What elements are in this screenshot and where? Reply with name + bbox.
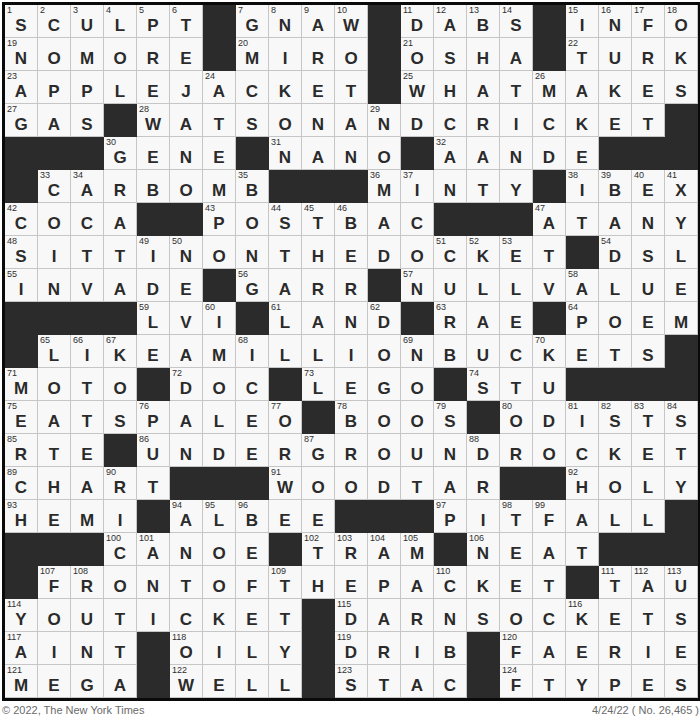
cell-r20-c18[interactable]: E [566,632,599,665]
cell-r8-c21[interactable]: L [665,236,698,269]
cell-r17-c12[interactable]: 104A [368,533,401,566]
cell-r7-c18[interactable]: T [566,203,599,236]
cell-r13-c5[interactable]: 76P [137,401,170,434]
cell-r4-c10[interactable]: N [302,104,335,137]
cell-r11-c2[interactable]: 65L [38,335,71,368]
cell-r18-c6[interactable]: T [170,566,203,599]
cell-r2-c21[interactable]: K [665,38,698,71]
cell-r16-c9[interactable]: E [269,500,302,533]
cell-r19-c6[interactable]: C [170,599,203,632]
cell-r17-c6[interactable]: N [170,533,203,566]
cell-r10-c20[interactable]: E [632,302,665,335]
cell-r4-c3[interactable]: S [71,104,104,137]
cell-r9-c6[interactable]: E [170,269,203,302]
cell-r12-c1[interactable]: 71M [5,368,38,401]
cell-r17-c17[interactable]: A [533,533,566,566]
cell-r17-c8[interactable]: E [236,533,269,566]
cell-r12-c4[interactable]: O [104,368,137,401]
cell-r9-c18[interactable]: 58A [566,269,599,302]
cell-r20-c17[interactable]: A [533,632,566,665]
cell-r8-c13[interactable]: O [401,236,434,269]
cell-r18-c13[interactable]: A [401,566,434,599]
cell-r2-c2[interactable]: O [38,38,71,71]
cell-r5-c12[interactable]: O [368,137,401,170]
cell-r14-c21[interactable]: T [665,434,698,467]
cell-r7-c10[interactable]: 45T [302,203,335,236]
cell-r4-c20[interactable]: T [632,104,665,137]
cell-r21-c17[interactable]: T [533,665,566,698]
cell-r13-c2[interactable]: A [38,401,71,434]
cell-r7-c9[interactable]: 44S [269,203,302,236]
cell-r21-c6[interactable]: 122W [170,665,203,698]
cell-r7-c17[interactable]: 47A [533,203,566,236]
cell-r20-c6[interactable]: 118O [170,632,203,665]
cell-r19-c18[interactable]: 116K [566,599,599,632]
cell-r19-c17[interactable]: C [533,599,566,632]
cell-r20-c2[interactable]: I [38,632,71,665]
cell-r13-c7[interactable]: L [203,401,236,434]
cell-r4-c6[interactable]: A [170,104,203,137]
cell-r21-c13[interactable]: A [401,665,434,698]
cell-r16-c4[interactable]: I [104,500,137,533]
cell-r19-c9[interactable]: T [269,599,302,632]
cell-r12-c13[interactable]: O [401,368,434,401]
cell-r11-c5[interactable]: E [137,335,170,368]
cell-r14-c12[interactable]: O [368,434,401,467]
cell-r19-c19[interactable]: E [599,599,632,632]
cell-r9-c8[interactable]: 56G [236,269,269,302]
cell-r14-c11[interactable]: R [335,434,368,467]
cell-r11-c13[interactable]: 69N [401,335,434,368]
cell-r21-c11[interactable]: 123S [335,665,368,698]
cell-r13-c8[interactable]: E [236,401,269,434]
cell-r13-c14[interactable]: 79S [434,401,467,434]
cell-r10-c7[interactable]: 60I [203,302,236,335]
cell-r3-c6[interactable]: J [170,71,203,104]
cell-r18-c10[interactable]: H [302,566,335,599]
cell-r3-c13[interactable]: 25W [401,71,434,104]
cell-r20-c11[interactable]: 119D [335,632,368,665]
cell-r8-c9[interactable]: T [269,236,302,269]
cell-r18-c9[interactable]: 109T [269,566,302,599]
cell-r19-c14[interactable]: N [434,599,467,632]
cell-r17-c4[interactable]: 100C [104,533,137,566]
cell-r6-c4[interactable]: R [104,170,137,203]
cell-r7-c19[interactable]: A [599,203,632,236]
cell-r18-c21[interactable]: 113U [665,566,698,599]
cell-r6-c3[interactable]: 34A [71,170,104,203]
cell-r7-c7[interactable]: 43P [203,203,236,236]
cell-r5-c5[interactable]: E [137,137,170,170]
cell-r20-c4[interactable]: T [104,632,137,665]
cell-r2-c9[interactable]: I [269,38,302,71]
cell-r21-c3[interactable]: G [71,665,104,698]
cell-r9-c11[interactable]: R [335,269,368,302]
cell-r20-c7[interactable]: I [203,632,236,665]
cell-r15-c4[interactable]: 90R [104,467,137,500]
cell-r10-c16[interactable]: E [500,302,533,335]
cell-r1-c10[interactable]: 9A [302,5,335,38]
cell-r2-c13[interactable]: 21O [401,38,434,71]
cell-r7-c13[interactable]: C [401,203,434,236]
cell-r6-c20[interactable]: 40E [632,170,665,203]
cell-r15-c3[interactable]: A [71,467,104,500]
cell-r8-c5[interactable]: 49I [137,236,170,269]
cell-r10-c11[interactable]: N [335,302,368,335]
cell-r13-c20[interactable]: 83T [632,401,665,434]
cell-r3-c3[interactable]: P [71,71,104,104]
cell-r18-c19[interactable]: 111T [599,566,632,599]
cell-r5-c14[interactable]: 32A [434,137,467,170]
cell-r12-c7[interactable]: O [203,368,236,401]
cell-r21-c16[interactable]: 124F [500,665,533,698]
cell-r11-c6[interactable]: A [170,335,203,368]
cell-r19-c15[interactable]: S [467,599,500,632]
cell-r13-c3[interactable]: T [71,401,104,434]
cell-r21-c7[interactable]: E [203,665,236,698]
cell-r20-c3[interactable]: N [71,632,104,665]
cell-r13-c12[interactable]: O [368,401,401,434]
cell-r9-c15[interactable]: L [467,269,500,302]
cell-r1-c11[interactable]: 10W [335,5,368,38]
cell-r19-c16[interactable]: O [500,599,533,632]
cell-r1-c20[interactable]: 17F [632,5,665,38]
cell-r18-c20[interactable]: 112A [632,566,665,599]
cell-r4-c18[interactable]: K [566,104,599,137]
cell-r13-c11[interactable]: 78B [335,401,368,434]
cell-r19-c1[interactable]: 114Y [5,599,38,632]
cell-r3-c14[interactable]: H [434,71,467,104]
cell-r7-c20[interactable]: N [632,203,665,236]
cell-r20-c12[interactable]: R [368,632,401,665]
cell-r16-c8[interactable]: 96B [236,500,269,533]
cell-r15-c5[interactable]: T [137,467,170,500]
cell-r20-c9[interactable]: Y [269,632,302,665]
cell-r2-c11[interactable]: O [335,38,368,71]
cell-r3-c11[interactable]: T [335,71,368,104]
cell-r19-c21[interactable]: S [665,599,698,632]
cell-r7-c1[interactable]: 42C [5,203,38,236]
cell-r13-c13[interactable]: O [401,401,434,434]
cell-r2-c3[interactable]: M [71,38,104,71]
cell-r18-c12[interactable]: P [368,566,401,599]
cell-r15-c2[interactable]: H [38,467,71,500]
cell-r18-c15[interactable]: K [467,566,500,599]
cell-r20-c21[interactable]: E [665,632,698,665]
cell-r11-c19[interactable]: T [599,335,632,368]
cell-r1-c9[interactable]: 8N [269,5,302,38]
cell-r9-c14[interactable]: U [434,269,467,302]
cell-r10-c14[interactable]: 63R [434,302,467,335]
cell-r6-c7[interactable]: M [203,170,236,203]
cell-r11-c9[interactable]: L [269,335,302,368]
cell-r15-c9[interactable]: 91W [269,467,302,500]
cell-r3-c18[interactable]: A [566,71,599,104]
cell-r13-c4[interactable]: S [104,401,137,434]
cell-r6-c19[interactable]: 39B [599,170,632,203]
cell-r8-c17[interactable]: T [533,236,566,269]
cell-r21-c21[interactable]: S [665,665,698,698]
cell-r12-c10[interactable]: 73L [302,368,335,401]
cell-r17-c5[interactable]: 101A [137,533,170,566]
cell-r16-c20[interactable]: L [632,500,665,533]
cell-r6-c13[interactable]: 37I [401,170,434,203]
cell-r8-c16[interactable]: 53E [500,236,533,269]
cell-r11-c16[interactable]: C [500,335,533,368]
cell-r20-c1[interactable]: 117A [5,632,38,665]
cell-r14-c15[interactable]: 88D [467,434,500,467]
cell-r5-c15[interactable]: A [467,137,500,170]
cell-r18-c16[interactable]: E [500,566,533,599]
cell-r5-c18[interactable]: E [566,137,599,170]
cell-r8-c20[interactable]: S [632,236,665,269]
cell-r1-c13[interactable]: 11D [401,5,434,38]
cell-r14-c20[interactable]: E [632,434,665,467]
cell-r9-c5[interactable]: D [137,269,170,302]
cell-r19-c20[interactable]: T [632,599,665,632]
cell-r7-c8[interactable]: O [236,203,269,236]
cell-r12-c6[interactable]: 72D [170,368,203,401]
cell-r14-c1[interactable]: 85R [5,434,38,467]
cell-r9-c10[interactable]: R [302,269,335,302]
cell-r9-c16[interactable]: L [500,269,533,302]
cell-r15-c11[interactable]: O [335,467,368,500]
cell-r17-c15[interactable]: 106N [467,533,500,566]
cell-r14-c5[interactable]: 86U [137,434,170,467]
cell-r4-c13[interactable]: D [401,104,434,137]
cell-r18-c17[interactable]: T [533,566,566,599]
cell-r2-c8[interactable]: 20M [236,38,269,71]
cell-r19-c5[interactable]: I [137,599,170,632]
cell-r11-c17[interactable]: 70K [533,335,566,368]
cell-r11-c8[interactable]: 68I [236,335,269,368]
cell-r7-c11[interactable]: 46B [335,203,368,236]
cell-r1-c21[interactable]: 18O [665,5,698,38]
cell-r1-c1[interactable]: 1S [5,5,38,38]
cell-r2-c5[interactable]: R [137,38,170,71]
cell-r12-c16[interactable]: T [500,368,533,401]
cell-r15-c10[interactable]: O [302,467,335,500]
cell-r1-c8[interactable]: 7G [236,5,269,38]
cell-r13-c21[interactable]: 84S [665,401,698,434]
cell-r21-c4[interactable]: A [104,665,137,698]
cell-r1-c14[interactable]: 12A [434,5,467,38]
cell-r14-c3[interactable]: E [71,434,104,467]
cell-r15-c21[interactable]: Y [665,467,698,500]
cell-r1-c19[interactable]: 16N [599,5,632,38]
cell-r8-c1[interactable]: 48S [5,236,38,269]
cell-r14-c9[interactable]: R [269,434,302,467]
cell-r21-c1[interactable]: 121M [5,665,38,698]
cell-r11-c20[interactable]: S [632,335,665,368]
cell-r9-c4[interactable]: A [104,269,137,302]
cell-r3-c9[interactable]: K [269,71,302,104]
cell-r6-c2[interactable]: 33C [38,170,71,203]
cell-r10-c18[interactable]: 64P [566,302,599,335]
cell-r15-c13[interactable]: T [401,467,434,500]
cell-r11-c11[interactable]: I [335,335,368,368]
cell-r5-c10[interactable]: A [302,137,335,170]
cell-r8-c19[interactable]: 54D [599,236,632,269]
cell-r10-c21[interactable]: M [665,302,698,335]
cell-r3-c8[interactable]: C [236,71,269,104]
cell-r5-c4[interactable]: 30G [104,137,137,170]
cell-r16-c3[interactable]: M [71,500,104,533]
cell-r10-c9[interactable]: 61L [269,302,302,335]
cell-r5-c11[interactable]: N [335,137,368,170]
cell-r3-c17[interactable]: 26M [533,71,566,104]
cell-r2-c15[interactable]: H [467,38,500,71]
cell-r3-c16[interactable]: T [500,71,533,104]
cell-r8-c3[interactable]: T [71,236,104,269]
cell-r3-c10[interactable]: E [302,71,335,104]
cell-r4-c15[interactable]: R [467,104,500,137]
cell-r13-c19[interactable]: 82S [599,401,632,434]
cell-r6-c8[interactable]: 35B [236,170,269,203]
cell-r14-c2[interactable]: T [38,434,71,467]
cell-r8-c8[interactable]: N [236,236,269,269]
cell-r2-c14[interactable]: S [434,38,467,71]
cell-r19-c4[interactable]: T [104,599,137,632]
cell-r3-c15[interactable]: A [467,71,500,104]
cell-r8-c15[interactable]: 52K [467,236,500,269]
cell-r15-c20[interactable]: L [632,467,665,500]
cell-r1-c3[interactable]: 3U [71,5,104,38]
cell-r21-c2[interactable]: E [38,665,71,698]
cell-r15-c12[interactable]: D [368,467,401,500]
cell-r14-c19[interactable]: K [599,434,632,467]
cell-r7-c21[interactable]: Y [665,203,698,236]
cell-r1-c6[interactable]: 6T [170,5,203,38]
cell-r10-c19[interactable]: O [599,302,632,335]
cell-r12-c11[interactable]: E [335,368,368,401]
cell-r18-c4[interactable]: O [104,566,137,599]
cell-r21-c14[interactable]: C [434,665,467,698]
cell-r3-c7[interactable]: 24A [203,71,236,104]
cell-r17-c7[interactable]: O [203,533,236,566]
cell-r10-c15[interactable]: A [467,302,500,335]
cell-r18-c2[interactable]: 107F [38,566,71,599]
cell-r5-c16[interactable]: N [500,137,533,170]
cell-r14-c14[interactable]: N [434,434,467,467]
cell-r2-c10[interactable]: R [302,38,335,71]
cell-r10-c6[interactable]: V [170,302,203,335]
cell-r15-c18[interactable]: 92H [566,467,599,500]
cell-r13-c9[interactable]: 77O [269,401,302,434]
cell-r6-c16[interactable]: Y [500,170,533,203]
cell-r1-c16[interactable]: 14S [500,5,533,38]
cell-r3-c5[interactable]: E [137,71,170,104]
cell-r6-c21[interactable]: 41X [665,170,698,203]
cell-r12-c15[interactable]: 74S [467,368,500,401]
cell-r16-c7[interactable]: 95L [203,500,236,533]
cell-r13-c17[interactable]: D [533,401,566,434]
cell-r19-c11[interactable]: 115D [335,599,368,632]
cell-r8-c14[interactable]: 51C [434,236,467,269]
cell-r8-c11[interactable]: E [335,236,368,269]
cell-r4-c19[interactable]: E [599,104,632,137]
cell-r21-c8[interactable]: L [236,665,269,698]
cell-r21-c12[interactable]: T [368,665,401,698]
cell-r3-c1[interactable]: 23A [5,71,38,104]
cell-r5-c17[interactable]: D [533,137,566,170]
cell-r15-c19[interactable]: O [599,467,632,500]
cell-r14-c8[interactable]: E [236,434,269,467]
cell-r16-c16[interactable]: 98T [500,500,533,533]
cell-r1-c2[interactable]: 2C [38,5,71,38]
cell-r2-c20[interactable]: R [632,38,665,71]
cell-r20-c20[interactable]: I [632,632,665,665]
cell-r12-c8[interactable]: C [236,368,269,401]
cell-r4-c16[interactable]: I [500,104,533,137]
cell-r6-c5[interactable]: B [137,170,170,203]
cell-r16-c14[interactable]: 97P [434,500,467,533]
cell-r15-c14[interactable]: A [434,467,467,500]
cell-r8-c10[interactable]: H [302,236,335,269]
cell-r3-c21[interactable]: S [665,71,698,104]
cell-r4-c14[interactable]: C [434,104,467,137]
cell-r1-c15[interactable]: 13B [467,5,500,38]
cell-r4-c8[interactable]: S [236,104,269,137]
cell-r16-c19[interactable]: L [599,500,632,533]
cell-r14-c13[interactable]: U [401,434,434,467]
cell-r2-c16[interactable]: A [500,38,533,71]
cell-r16-c2[interactable]: E [38,500,71,533]
cell-r6-c12[interactable]: 36M [368,170,401,203]
cell-r4-c11[interactable]: A [335,104,368,137]
cell-r12-c12[interactable]: G [368,368,401,401]
cell-r13-c6[interactable]: A [170,401,203,434]
cell-r18-c3[interactable]: 108R [71,566,104,599]
cell-r13-c18[interactable]: 81I [566,401,599,434]
cell-r9-c2[interactable]: N [38,269,71,302]
cell-r19-c2[interactable]: O [38,599,71,632]
cell-r17-c10[interactable]: 102T [302,533,335,566]
cell-r7-c2[interactable]: O [38,203,71,236]
cell-r1-c5[interactable]: 5P [137,5,170,38]
cell-r7-c3[interactable]: C [71,203,104,236]
cell-r1-c4[interactable]: 4L [104,5,137,38]
cell-r3-c2[interactable]: P [38,71,71,104]
cell-r13-c1[interactable]: 75E [5,401,38,434]
cell-r14-c16[interactable]: R [500,434,533,467]
cell-r10-c10[interactable]: A [302,302,335,335]
cell-r4-c12[interactable]: 29N [368,104,401,137]
cell-r16-c18[interactable]: A [566,500,599,533]
cell-r3-c20[interactable]: E [632,71,665,104]
cell-r14-c6[interactable]: N [170,434,203,467]
cell-r3-c19[interactable]: K [599,71,632,104]
cell-r20-c8[interactable]: L [236,632,269,665]
cell-r4-c7[interactable]: T [203,104,236,137]
cell-r5-c6[interactable]: N [170,137,203,170]
cell-r2-c1[interactable]: 19N [5,38,38,71]
cell-r9-c20[interactable]: U [632,269,665,302]
cell-r21-c20[interactable]: E [632,665,665,698]
cell-r11-c7[interactable]: M [203,335,236,368]
cell-r10-c12[interactable]: 62D [368,302,401,335]
cell-r9-c21[interactable]: E [665,269,698,302]
cell-r3-c4[interactable]: L [104,71,137,104]
cell-r6-c6[interactable]: O [170,170,203,203]
cell-r21-c19[interactable]: P [599,665,632,698]
cell-r9-c17[interactable]: V [533,269,566,302]
cell-r11-c15[interactable]: U [467,335,500,368]
cell-r11-c10[interactable]: L [302,335,335,368]
cell-r19-c7[interactable]: K [203,599,236,632]
cell-r17-c13[interactable]: 105M [401,533,434,566]
cell-r7-c4[interactable]: A [104,203,137,236]
